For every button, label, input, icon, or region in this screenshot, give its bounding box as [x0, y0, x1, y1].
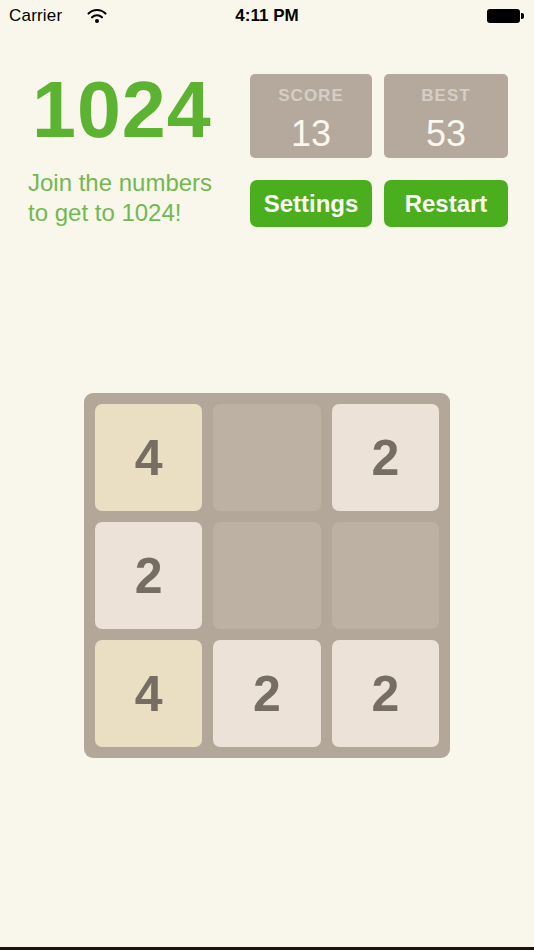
score-label: SCORE: [250, 86, 372, 106]
status-bar: Carrier 4:11 PM: [0, 0, 534, 32]
empty-cell-r2c2: [213, 522, 320, 629]
subtitle-line-1: Join the numbers: [28, 168, 212, 198]
restart-button[interactable]: Restart: [384, 180, 508, 227]
empty-cell-r1c2: [213, 404, 320, 511]
tile-2-r1c3: 2: [332, 404, 439, 511]
tile-2-r3c3: 2: [332, 640, 439, 747]
subtitle-line-2: to get to 1024!: [28, 198, 212, 228]
page-title: 1024: [32, 70, 212, 149]
game-board[interactable]: 422422: [84, 393, 450, 758]
tile-4-r3c1: 4: [95, 640, 202, 747]
status-time: 4:11 PM: [0, 6, 534, 26]
score-value: 13: [250, 113, 372, 155]
best-value: 53: [384, 113, 508, 155]
subtitle: Join the numbers to get to 1024!: [28, 168, 212, 228]
best-label: BEST: [384, 86, 508, 106]
score-box: SCORE 13: [250, 74, 372, 158]
best-box: BEST 53: [384, 74, 508, 158]
tile-4-r1c1: 4: [95, 404, 202, 511]
battery-icon: [487, 9, 520, 23]
tile-2-r3c2: 2: [213, 640, 320, 747]
settings-button[interactable]: Settings: [250, 180, 372, 227]
empty-cell-r2c3: [332, 522, 439, 629]
tile-2-r2c1: 2: [95, 522, 202, 629]
app-screen: Carrier 4:11 PM 1024 Join the numbers to…: [0, 0, 534, 950]
